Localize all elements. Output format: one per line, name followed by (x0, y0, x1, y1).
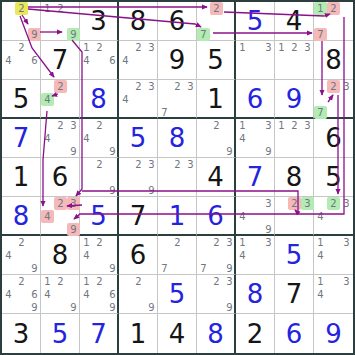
cell-r9c7[interactable]: 2 (236, 314, 275, 353)
cell-r6c6[interactable]: 6 (197, 197, 236, 236)
given-digit: 8 (41, 236, 79, 274)
solved-digit: 5 (80, 197, 117, 234)
cell-r5c7[interactable]: 7 (236, 158, 275, 197)
solved-digit: 1 (158, 197, 196, 234)
candidate-4[interactable]: 4 (314, 249, 327, 262)
candidate-3[interactable]: 3 (262, 119, 275, 132)
candidate-3[interactable]: 3 (340, 197, 353, 210)
candidate-7[interactable]: 7 (197, 262, 210, 275)
candidate-9[interactable]: 9 (106, 262, 119, 275)
solved-digit: 6 (197, 197, 234, 234)
candidate-1[interactable]: 1 (80, 275, 93, 288)
cell-r3c5[interactable]: 237 (158, 80, 197, 119)
candidate-3-red[interactable]: 3 (67, 197, 80, 210)
candidate-4[interactable]: 4 (80, 132, 93, 145)
candidate-9[interactable]: 9 (145, 184, 158, 197)
cell-r4c7[interactable]: 1349 (236, 119, 275, 158)
cell-r2c6[interactable]: 5 (197, 41, 236, 80)
solved-digit: 8 (2, 197, 40, 234)
candidate-4[interactable]: 4 (41, 288, 54, 301)
given-digit: 7 (119, 197, 157, 234)
candidate-9-red[interactable]: 9 (67, 223, 80, 236)
cell-r6c9[interactable]: 234 (314, 197, 353, 236)
candidate-7[interactable]: 7 (158, 106, 171, 119)
given-digit: 1 (119, 314, 157, 353)
given-digit: 6 (119, 236, 157, 274)
cell-r9c8[interactable]: 6 (275, 314, 314, 353)
candidate-2[interactable]: 2 (132, 275, 145, 288)
candidate-3[interactable]: 3 (223, 236, 236, 249)
cell-r6c2[interactable]: 2349 (41, 197, 80, 236)
candidate-3[interactable]: 3 (145, 41, 158, 54)
cell-r5c9[interactable]: 5 (314, 158, 353, 197)
given-digit: 6 (314, 119, 353, 157)
candidate-2[interactable]: 2 (171, 158, 184, 171)
candidate-2[interactable]: 2 (93, 41, 106, 54)
candidate-2[interactable]: 2 (210, 119, 223, 132)
cell-r4c3[interactable]: 249 (80, 119, 119, 158)
candidate-3[interactable]: 3 (145, 80, 158, 93)
cell-r5c4[interactable]: 239 (119, 158, 158, 197)
candidate-2[interactable]: 2 (288, 119, 301, 132)
candidate-2-yellow[interactable]: 2 (15, 2, 28, 15)
candidate-2[interactable]: 2 (15, 275, 28, 288)
candidate-1[interactable]: 1 (41, 275, 54, 288)
candidate-2[interactable]: 2 (132, 158, 145, 171)
candidate-3[interactable]: 3 (340, 236, 353, 249)
solved-digit: 8 (236, 275, 274, 313)
cell-r9c6[interactable]: 8 (197, 314, 236, 353)
given-digit: 7 (41, 41, 79, 79)
candidate-9[interactable]: 9 (67, 145, 80, 158)
cell-r7c5[interactable]: 27 (158, 236, 197, 275)
cell-r6c4[interactable]: 7 (119, 197, 158, 236)
cell-r7c8[interactable]: 5 (275, 236, 314, 275)
cell-r1c3[interactable]: 3 (80, 2, 119, 41)
candidate-9-red[interactable]: 9 (28, 28, 41, 41)
solved-digit: 5 (236, 2, 274, 40)
candidate-1[interactable]: 1 (41, 2, 54, 15)
candidate-6[interactable]: 6 (106, 54, 119, 67)
given-digit: 5 (197, 41, 234, 79)
candidate-4[interactable]: 4 (2, 54, 15, 67)
cell-r2c4[interactable]: 234 (119, 41, 158, 80)
candidate-2-red[interactable]: 2 (327, 80, 340, 93)
cell-r1c1[interactable]: 29 (2, 2, 41, 41)
cell-r4c6[interactable]: 29 (197, 119, 236, 158)
candidate-9[interactable]: 9 (106, 301, 119, 314)
candidate-2[interactable]: 2 (93, 236, 106, 249)
candidate-9-green[interactable]: 9 (67, 28, 80, 41)
cell-r3c7[interactable]: 6 (236, 80, 275, 119)
solved-digit: 5 (275, 236, 313, 274)
cell-r3c6[interactable]: 1 (197, 80, 236, 119)
candidate-7-red[interactable]: 7 (314, 28, 327, 41)
candidate-6[interactable]: 6 (28, 54, 41, 67)
cell-r5c2[interactable]: 6 (41, 158, 80, 197)
cell-r6c5[interactable]: 1 (158, 197, 197, 236)
given-digit: 9 (158, 41, 196, 79)
sudoku-board-wrap: 2912938627541272467124623495131238524823… (0, 0, 355, 355)
candidate-9[interactable]: 9 (223, 301, 236, 314)
given-digit: 4 (197, 158, 234, 196)
candidate-9[interactable]: 9 (28, 262, 41, 275)
given-digit: 8 (119, 2, 157, 40)
solved-digit: 5 (158, 275, 196, 313)
candidate-9[interactable]: 9 (106, 184, 119, 197)
cell-r5c6[interactable]: 4 (197, 158, 236, 197)
candidate-2-red[interactable]: 2 (54, 80, 67, 93)
candidate-2[interactable]: 2 (15, 41, 28, 54)
cell-r9c5[interactable]: 4 (158, 314, 197, 353)
cell-r2c8[interactable]: 123 (275, 41, 314, 80)
candidate-4-green[interactable]: 4 (41, 93, 54, 106)
candidate-7-green[interactable]: 7 (197, 28, 210, 41)
given-digit: 1 (197, 80, 234, 117)
cell-r8c8[interactable]: 7 (275, 275, 314, 314)
cell-r4c9[interactable]: 6 (314, 119, 353, 158)
candidate-2-red[interactable]: 2 (288, 197, 301, 210)
given-digit: 5 (314, 158, 353, 196)
cell-r1c6[interactable]: 27 (197, 2, 236, 41)
candidate-9[interactable]: 9 (67, 301, 80, 314)
cell-r3c8[interactable]: 9 (275, 80, 314, 119)
cell-r2c2[interactable]: 7 (41, 41, 80, 80)
cell-r2c7[interactable]: 13 (236, 41, 275, 80)
cell-r4c1[interactable]: 7 (2, 119, 41, 158)
candidate-1[interactable]: 1 (275, 119, 288, 132)
cell-r9c2[interactable]: 5 (41, 314, 80, 353)
cell-r1c2[interactable]: 129 (41, 2, 80, 41)
cell-r4c8[interactable]: 123 (275, 119, 314, 158)
given-digit: 8 (314, 41, 353, 79)
cell-r4c2[interactable]: 2349 (41, 119, 80, 158)
candidate-4[interactable]: 4 (236, 249, 249, 262)
solved-digit: 5 (41, 314, 79, 353)
cell-r8c3[interactable]: 12469 (80, 275, 119, 314)
candidate-1[interactable]: 1 (314, 236, 327, 249)
cell-r6c7[interactable]: 349 (236, 197, 275, 236)
cell-r4c5[interactable]: 8 (158, 119, 197, 158)
cell-r5c8[interactable]: 8 (275, 158, 314, 197)
candidate-4[interactable]: 4 (314, 210, 327, 223)
candidate-4[interactable]: 4 (236, 210, 249, 223)
candidate-3-green[interactable]: 3 (301, 197, 314, 210)
candidate-2-red[interactable]: 2 (210, 2, 223, 15)
candidate-1-green[interactable]: 1 (314, 2, 327, 15)
candidate-3[interactable]: 3 (262, 197, 275, 210)
candidate-9[interactable]: 9 (223, 145, 236, 158)
cell-r7c6[interactable]: 2379 (197, 236, 236, 275)
candidate-2[interactable]: 2 (171, 80, 184, 93)
candidate-1[interactable]: 1 (275, 41, 288, 54)
candidate-2[interactable]: 2 (210, 236, 223, 249)
candidate-3[interactable]: 3 (145, 158, 158, 171)
solved-digit: 7 (2, 119, 40, 157)
given-digit: 8 (275, 158, 313, 196)
candidate-2[interactable]: 2 (132, 80, 145, 93)
cell-r8c5[interactable]: 5 (158, 275, 197, 314)
cell-r9c1[interactable]: 3 (2, 314, 41, 353)
candidate-1[interactable]: 1 (236, 41, 249, 54)
candidate-2-green[interactable]: 2 (327, 197, 340, 210)
candidate-4[interactable]: 4 (2, 249, 15, 262)
candidate-7-green[interactable]: 7 (314, 106, 327, 119)
cell-r8c4[interactable]: 29 (119, 275, 158, 314)
sudoku-board: 2912938627541272467124623495131238524823… (0, 0, 355, 355)
cell-r3c2[interactable]: 24 (41, 80, 80, 119)
cell-r9c4[interactable]: 1 (119, 314, 158, 353)
candidate-3[interactable]: 3 (67, 119, 80, 132)
given-digit: 4 (275, 2, 313, 40)
cell-r3c4[interactable]: 234 (119, 80, 158, 119)
cell-r4c4[interactable]: 5 (119, 119, 158, 158)
solved-digit: 8 (158, 119, 196, 157)
candidate-1[interactable]: 1 (80, 41, 93, 54)
cell-r3c3[interactable]: 8 (80, 80, 119, 119)
cell-r6c1[interactable]: 8 (2, 197, 41, 236)
candidate-9[interactable]: 9 (262, 223, 275, 236)
candidate-2[interactable]: 2 (54, 2, 67, 15)
candidate-9[interactable]: 9 (106, 145, 119, 158)
cell-r7c2[interactable]: 8 (41, 236, 80, 275)
candidate-4[interactable]: 4 (314, 288, 327, 301)
candidate-1[interactable]: 1 (236, 236, 249, 249)
cell-r7c9[interactable]: 134 (314, 236, 353, 275)
candidate-3[interactable]: 3 (340, 275, 353, 288)
cell-r2c3[interactable]: 1246 (80, 41, 119, 80)
solved-digit: 6 (236, 80, 274, 117)
candidate-2[interactable]: 2 (132, 41, 145, 54)
given-digit: 7 (275, 275, 313, 313)
solved-digit: 6 (275, 314, 313, 353)
candidate-3[interactable]: 3 (262, 41, 275, 54)
candidate-3[interactable]: 3 (184, 80, 197, 93)
candidate-2-red[interactable]: 2 (327, 2, 340, 15)
candidate-2[interactable]: 2 (93, 158, 106, 171)
candidate-3[interactable]: 3 (223, 275, 236, 288)
cell-r2c5[interactable]: 9 (158, 41, 197, 80)
solved-digit: 9 (314, 314, 353, 353)
cell-r6c3[interactable]: 5 (80, 197, 119, 236)
candidate-6[interactable]: 6 (106, 288, 119, 301)
cell-r8c7[interactable]: 8 (236, 275, 275, 314)
solved-digit: 8 (197, 314, 234, 353)
candidate-2-red[interactable]: 2 (54, 197, 67, 210)
candidate-2[interactable]: 2 (54, 119, 67, 132)
cell-r3c1[interactable]: 5 (2, 80, 41, 119)
candidate-9[interactable]: 9 (223, 262, 236, 275)
cell-r8c9[interactable]: 134 (314, 275, 353, 314)
cell-r7c4[interactable]: 6 (119, 236, 158, 275)
candidate-3[interactable]: 3 (301, 119, 314, 132)
candidate-9[interactable]: 9 (28, 301, 41, 314)
cell-r9c9[interactable]: 9 (314, 314, 353, 353)
solved-digit: 7 (236, 158, 274, 196)
cell-r1c4[interactable]: 8 (119, 2, 158, 41)
cell-r8c2[interactable]: 1249 (41, 275, 80, 314)
candidate-4[interactable]: 4 (41, 132, 54, 145)
candidate-2[interactable]: 2 (288, 41, 301, 54)
solved-digit: 5 (119, 119, 157, 157)
cell-r6c8[interactable]: 23 (275, 197, 314, 236)
given-digit: 1 (2, 158, 40, 196)
cell-r1c9[interactable]: 127 (314, 2, 353, 41)
cell-r9c3[interactable]: 7 (80, 314, 119, 353)
cell-r1c7[interactable]: 5 (236, 2, 275, 41)
cell-r7c3[interactable]: 1249 (80, 236, 119, 275)
candidate-9[interactable]: 9 (145, 301, 158, 314)
candidate-1[interactable]: 1 (80, 236, 93, 249)
candidate-3[interactable]: 3 (184, 158, 197, 171)
cell-r3c9[interactable]: 237 (314, 80, 353, 119)
candidate-7[interactable]: 7 (158, 262, 171, 275)
given-digit: 6 (41, 158, 79, 196)
candidate-4[interactable]: 4 (119, 54, 132, 67)
cell-r1c8[interactable]: 4 (275, 2, 314, 41)
candidate-2[interactable]: 2 (54, 275, 67, 288)
candidate-4[interactable]: 4 (80, 288, 93, 301)
cell-r8c1[interactable]: 2469 (2, 275, 41, 314)
cell-r5c1[interactable]: 1 (2, 158, 41, 197)
given-digit: 2 (236, 314, 274, 353)
candidate-9[interactable]: 9 (262, 145, 275, 158)
cell-r2c9[interactable]: 8 (314, 41, 353, 80)
cell-r1c5[interactable]: 6 (158, 2, 197, 41)
cell-r2c1[interactable]: 246 (2, 41, 41, 80)
cell-r7c1[interactable]: 249 (2, 236, 41, 275)
candidate-2[interactable]: 2 (93, 275, 106, 288)
candidate-2[interactable]: 2 (210, 275, 223, 288)
candidate-4[interactable]: 4 (236, 132, 249, 145)
cell-r8c6[interactable]: 239 (197, 275, 236, 314)
cell-r7c7[interactable]: 134 (236, 236, 275, 275)
candidate-4[interactable]: 4 (80, 249, 93, 262)
candidate-6[interactable]: 6 (28, 288, 41, 301)
candidate-2[interactable]: 2 (171, 236, 184, 249)
candidate-4[interactable]: 4 (80, 54, 93, 67)
solved-digit: 9 (275, 80, 313, 117)
given-digit: 3 (80, 2, 117, 40)
candidate-1[interactable]: 1 (314, 275, 327, 288)
given-digit: 6 (158, 2, 196, 40)
solved-digit: 8 (80, 80, 117, 117)
candidate-2[interactable]: 2 (15, 236, 28, 249)
candidate-4-red[interactable]: 4 (41, 210, 54, 223)
cell-r5c3[interactable]: 29 (80, 158, 119, 197)
candidate-3[interactable]: 3 (340, 80, 353, 93)
candidate-1[interactable]: 1 (236, 119, 249, 132)
candidate-3[interactable]: 3 (262, 236, 275, 249)
candidate-2[interactable]: 2 (93, 119, 106, 132)
given-digit: 5 (2, 80, 40, 117)
given-digit: 4 (158, 314, 196, 353)
cell-r5c5[interactable]: 23 (158, 158, 197, 197)
candidate-3[interactable]: 3 (301, 41, 314, 54)
candidate-4[interactable]: 4 (2, 288, 15, 301)
candidate-4[interactable]: 4 (119, 93, 132, 106)
solved-digit: 7 (80, 314, 117, 353)
given-digit: 3 (2, 314, 40, 353)
